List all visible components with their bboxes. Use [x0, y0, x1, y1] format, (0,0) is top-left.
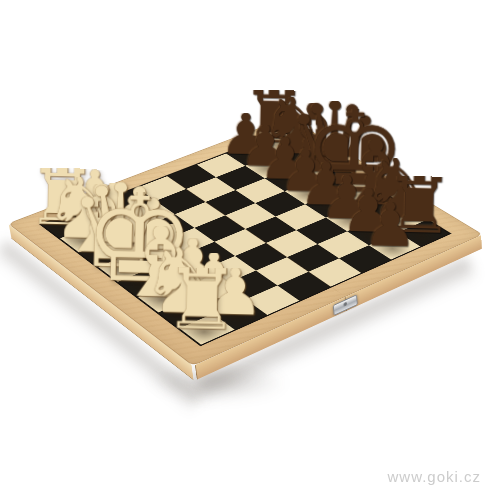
clasp-pin: [344, 301, 348, 306]
piece-white-rook-h1: ♜: [179, 313, 234, 344]
photo-tilt-wrapper: ♜♞♝♛♚♝♞♜♟♟♟♟♟♟♟♟♟♟♟♟♟♟♟♟♜♞♝♛♚♝♞♜: [0, 0, 490, 490]
black-pawn-glyph: ♟: [288, 200, 490, 250]
product-photo-chess-set: ♜♞♝♛♚♝♞♜♟♟♟♟♟♟♟♟♟♟♟♟♟♟♟♟♜♞♝♛♚♝♞♜ www.gok…: [0, 0, 490, 490]
scene: ♜♞♝♛♚♝♞♜♟♟♟♟♟♟♟♟♟♟♟♟♟♟♟♟♜♞♝♛♚♝♞♜: [0, 0, 490, 490]
watermark: www.goki.cz: [387, 468, 481, 485]
white-rook-glyph: ♜: [93, 265, 311, 333]
chess-board: ♜♞♝♛♚♝♞♜♟♟♟♟♟♟♟♟♟♟♟♟♟♟♟♟♜♞♝♛♚♝♞♜: [8, 117, 483, 366]
